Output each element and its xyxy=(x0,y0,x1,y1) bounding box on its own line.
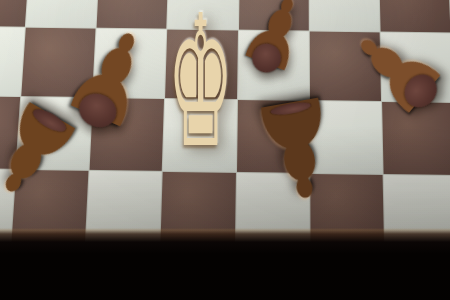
board-square-light xyxy=(310,101,383,173)
board-square-dark xyxy=(238,0,308,31)
board-square-light xyxy=(93,29,166,99)
board-square-dark xyxy=(97,0,169,29)
board-edge-shadow xyxy=(0,228,450,300)
board-square-light xyxy=(309,0,379,32)
board-square-dark xyxy=(309,32,380,102)
board-square-dark xyxy=(90,99,165,171)
board-square-light xyxy=(380,33,450,103)
board-square-dark xyxy=(236,100,308,172)
board-square-dark xyxy=(379,0,450,33)
board-square-dark xyxy=(165,30,237,100)
board-square-light xyxy=(168,0,239,30)
board-square-light xyxy=(238,31,309,101)
board-square-light xyxy=(163,99,236,171)
board-square-dark xyxy=(382,102,450,174)
board-square-light xyxy=(26,0,99,28)
board-square-dark xyxy=(0,0,29,27)
board-square-light xyxy=(17,98,93,170)
board-square-dark xyxy=(21,28,95,98)
photo-stage: ♚♟♟♟♟♟ xyxy=(0,0,450,300)
